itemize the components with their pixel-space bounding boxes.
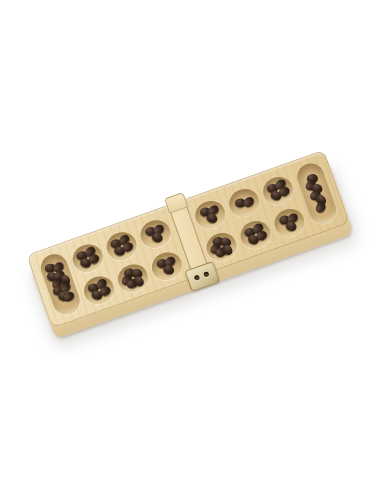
product-photo-background	[0, 0, 381, 492]
mancala-board	[26, 149, 350, 328]
clasp-hole-icon	[194, 275, 200, 281]
clasp-hole-icon	[203, 271, 209, 277]
